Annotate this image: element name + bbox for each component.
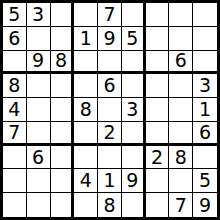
- cell-r4c1[interactable]: 8: [3, 74, 27, 98]
- cell-r3c9[interactable]: [193, 51, 217, 75]
- cell-r7c8[interactable]: 8: [169, 146, 193, 170]
- cell-r3c1[interactable]: [3, 51, 27, 75]
- cell-r7c9[interactable]: [193, 146, 217, 170]
- cell-r3c7[interactable]: [146, 51, 170, 75]
- cell-r7c6[interactable]: [122, 146, 146, 170]
- cell-r2c8[interactable]: [169, 27, 193, 51]
- cell-r5c4[interactable]: 8: [74, 98, 98, 122]
- cell-r7c7[interactable]: 2: [146, 146, 170, 170]
- cell-r5c6[interactable]: 3: [122, 98, 146, 122]
- cell-r4c2[interactable]: [27, 74, 51, 98]
- cell-r4c7[interactable]: [146, 74, 170, 98]
- cell-r7c4[interactable]: [74, 146, 98, 170]
- cell-r3c3[interactable]: 8: [51, 51, 75, 75]
- cell-r4c9[interactable]: 3: [193, 74, 217, 98]
- cell-r5c9[interactable]: 1: [193, 98, 217, 122]
- cell-r6c7[interactable]: [146, 122, 170, 146]
- cell-r7c3[interactable]: [51, 146, 75, 170]
- cell-r6c9[interactable]: 6: [193, 122, 217, 146]
- cell-r2c4[interactable]: 1: [74, 27, 98, 51]
- cell-r5c2[interactable]: [27, 98, 51, 122]
- cell-r5c5[interactable]: [98, 98, 122, 122]
- cell-r5c1[interactable]: 4: [3, 98, 27, 122]
- cell-r2c2[interactable]: [27, 27, 51, 51]
- cell-r3c4[interactable]: [74, 51, 98, 75]
- cell-r6c5[interactable]: 2: [98, 122, 122, 146]
- cell-r7c2[interactable]: 6: [27, 146, 51, 170]
- cell-r6c8[interactable]: [169, 122, 193, 146]
- cell-r9c1[interactable]: [3, 193, 27, 217]
- cell-r9c2[interactable]: [27, 193, 51, 217]
- cell-r7c1[interactable]: [3, 146, 27, 170]
- cell-r9c7[interactable]: [146, 193, 170, 217]
- cell-r1c2[interactable]: 3: [27, 3, 51, 27]
- cell-r4c8[interactable]: [169, 74, 193, 98]
- cell-r8c7[interactable]: [146, 169, 170, 193]
- cell-r3c2[interactable]: 9: [27, 51, 51, 75]
- cell-r4c4[interactable]: [74, 74, 98, 98]
- cell-r1c4[interactable]: [74, 3, 98, 27]
- cell-r8c8[interactable]: [169, 169, 193, 193]
- cell-r2c5[interactable]: 9: [98, 27, 122, 51]
- cell-r9c8[interactable]: 7: [169, 193, 193, 217]
- cell-r6c3[interactable]: [51, 122, 75, 146]
- cell-r6c1[interactable]: 7: [3, 122, 27, 146]
- cell-r3c5[interactable]: [98, 51, 122, 75]
- cell-r3c6[interactable]: [122, 51, 146, 75]
- cell-r1c3[interactable]: [51, 3, 75, 27]
- cell-r9c9[interactable]: 9: [193, 193, 217, 217]
- cell-r8c2[interactable]: [27, 169, 51, 193]
- cell-r1c9[interactable]: [193, 3, 217, 27]
- cell-r4c5[interactable]: 6: [98, 74, 122, 98]
- cell-r1c1[interactable]: 5: [3, 3, 27, 27]
- cell-r6c4[interactable]: [74, 122, 98, 146]
- cell-r8c1[interactable]: [3, 169, 27, 193]
- cell-r8c4[interactable]: 4: [74, 169, 98, 193]
- sudoku-board: 537619598686348317266284195879: [0, 0, 220, 220]
- cell-r1c7[interactable]: [146, 3, 170, 27]
- cell-r3c8[interactable]: 6: [169, 51, 193, 75]
- cell-r4c6[interactable]: [122, 74, 146, 98]
- cell-r4c3[interactable]: [51, 74, 75, 98]
- cell-r9c6[interactable]: [122, 193, 146, 217]
- cell-r2c7[interactable]: [146, 27, 170, 51]
- cell-r8c9[interactable]: 5: [193, 169, 217, 193]
- cell-r2c9[interactable]: [193, 27, 217, 51]
- cell-r2c1[interactable]: 6: [3, 27, 27, 51]
- cell-r5c7[interactable]: [146, 98, 170, 122]
- cell-r1c6[interactable]: [122, 3, 146, 27]
- cell-r6c2[interactable]: [27, 122, 51, 146]
- cell-r9c4[interactable]: [74, 193, 98, 217]
- cell-r2c3[interactable]: [51, 27, 75, 51]
- cell-r2c6[interactable]: 5: [122, 27, 146, 51]
- cell-r9c3[interactable]: [51, 193, 75, 217]
- cell-r6c6[interactable]: [122, 122, 146, 146]
- cell-r5c3[interactable]: [51, 98, 75, 122]
- cell-r8c3[interactable]: [51, 169, 75, 193]
- cell-r8c6[interactable]: 9: [122, 169, 146, 193]
- cell-r9c5[interactable]: 8: [98, 193, 122, 217]
- cell-r5c8[interactable]: [169, 98, 193, 122]
- cell-r1c5[interactable]: 7: [98, 3, 122, 27]
- cell-r7c5[interactable]: [98, 146, 122, 170]
- cell-r8c5[interactable]: 1: [98, 169, 122, 193]
- cell-r1c8[interactable]: [169, 3, 193, 27]
